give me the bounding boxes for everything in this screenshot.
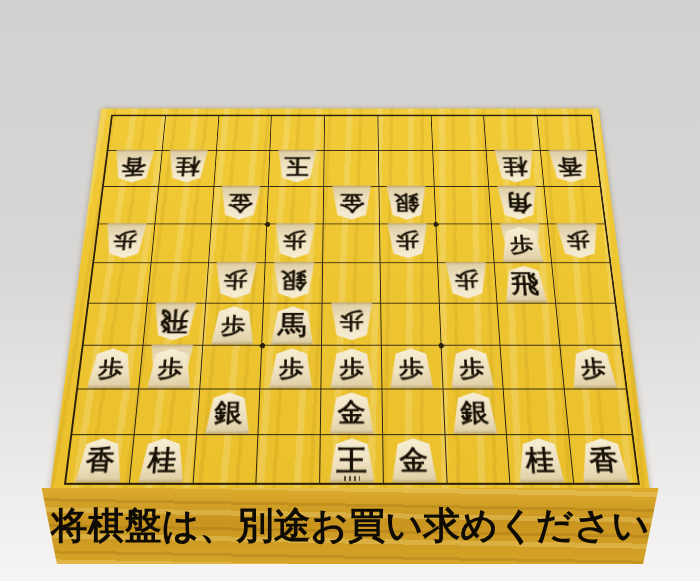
cell-3f (439, 304, 500, 346)
cell-6a: 玉 (271, 116, 326, 151)
cell-2f (498, 304, 561, 346)
cell-9f (84, 304, 148, 346)
cell-5e: 歩 (323, 263, 381, 303)
cell-1e (552, 263, 614, 303)
cell-5f (322, 304, 382, 346)
cell-2b: 角 (487, 151, 545, 187)
cell-8h (134, 389, 199, 435)
photo-background: 香桂玉桂香金金銀角歩歩歩歩歩歩銀歩歩飛歩飛歩歩馬歩歩歩歩歩歩歩銀金銀香桂王金桂香… (0, 0, 700, 581)
cell-7a (216, 116, 272, 151)
cell-3g: 歩 (441, 346, 504, 390)
piece-black-pawn: 歩 (499, 227, 544, 262)
cell-9e (89, 263, 151, 303)
cell-4c: 歩 (379, 187, 436, 224)
cell-1a: 香 (538, 116, 596, 151)
cell-1c: 歩 (545, 187, 605, 224)
cell-1b (541, 151, 600, 187)
piece-black-silver: 銀 (204, 393, 252, 434)
cell-5i: 王 (320, 435, 384, 483)
cell-8f: 歩 (143, 304, 206, 346)
cell-8g: 歩 (139, 346, 203, 390)
cell-1d (548, 224, 609, 263)
cell-7i (193, 435, 259, 483)
cell-1i: 香 (570, 435, 638, 483)
cell-7h: 銀 (197, 389, 261, 435)
cell-6i (257, 435, 321, 483)
cell-2d: 歩 (492, 224, 552, 263)
cell-4i: 金 (383, 435, 447, 483)
cell-9g: 歩 (78, 346, 143, 390)
cell-9a: 香 (108, 116, 165, 151)
cell-7g (200, 346, 263, 390)
cell-8i: 桂 (130, 435, 197, 483)
cell-5b: 金 (324, 151, 379, 187)
cell-9c: 歩 (99, 187, 159, 224)
cell-3c (434, 187, 492, 224)
cell-9d (94, 224, 155, 263)
cell-5a (325, 116, 379, 151)
cell-4h (382, 389, 445, 435)
cell-3e (438, 263, 498, 303)
cell-2h (504, 389, 569, 435)
cell-8c (155, 187, 214, 224)
cell-2a: 桂 (484, 116, 541, 151)
piece-black-pawn: 歩 (146, 349, 194, 389)
piece-black-lance: 香 (577, 439, 630, 483)
cell-6c: 歩 (267, 187, 324, 224)
cell-4b: 銀 (379, 151, 435, 187)
shogi-board-block: 香桂玉桂香金金銀角歩歩歩歩歩歩銀歩歩飛歩飛歩歩馬歩歩歩歩歩歩歩銀金銀香桂王金桂香… (30, 40, 670, 564)
cell-2i: 桂 (507, 435, 574, 483)
piece-black-knight: 桂 (137, 439, 188, 483)
piece-black-pawn: 歩 (268, 349, 314, 389)
cell-5c (324, 187, 380, 224)
cell-3b (433, 151, 490, 187)
cell-6f: 馬 (262, 304, 322, 346)
cell-6b (269, 151, 325, 187)
cell-7f: 歩 (203, 304, 264, 346)
cell-2c: 歩 (490, 187, 549, 224)
cell-2e: 飛 (495, 263, 556, 303)
cell-1f (556, 304, 620, 346)
cell-7d: 歩 (209, 224, 268, 263)
cell-3d: 歩 (436, 224, 495, 263)
cell-5h: 金 (321, 389, 383, 435)
cell-6d: 銀 (266, 224, 324, 263)
cell-6g: 歩 (261, 346, 322, 390)
shogi-board: 香桂玉桂香金金銀角歩歩歩歩歩歩銀歩歩飛歩飛歩歩馬歩歩歩歩歩歩歩銀金銀香桂王金桂香 (50, 108, 650, 492)
piece-black-knight: 桂 (515, 439, 566, 483)
cell-3i (445, 435, 511, 483)
caption-text: 将棋盤は、別途お買い求めください (51, 501, 650, 551)
board-front-face: 将棋盤は、別途お買い求めください (30, 488, 670, 564)
cell-4g: 歩 (382, 346, 444, 390)
piece-black-gold: 金 (328, 393, 374, 434)
cell-5g: 歩 (321, 346, 382, 390)
piece-black-promoted-bishop-horse: 馬 (270, 307, 315, 345)
cell-9h (72, 389, 139, 435)
cell-4d (380, 224, 438, 263)
piece-black-king: 王 (328, 439, 375, 483)
cell-6e (264, 263, 323, 303)
cell-4a (378, 116, 433, 151)
cell-4f (381, 304, 441, 346)
cell-3h: 銀 (443, 389, 507, 435)
piece-black-pawn: 歩 (85, 349, 135, 389)
cell-4e (380, 263, 439, 303)
piece-black-pawn: 歩 (389, 349, 435, 389)
cell-6h (259, 389, 322, 435)
shogi-board-grid: 香桂玉桂香金金銀角歩歩歩歩歩歩銀歩歩飛歩飛歩歩馬歩歩歩歩歩歩歩銀金銀香桂王金桂香 (64, 115, 640, 485)
cell-8e: 飛 (147, 263, 208, 303)
piece-black-pawn: 歩 (329, 349, 374, 389)
cell-1h (565, 389, 632, 435)
cell-5d (323, 224, 380, 263)
piece-black-lance: 香 (74, 439, 126, 483)
cell-7e (206, 263, 266, 303)
piece-black-pawn: 歩 (448, 349, 495, 389)
cell-9b (104, 151, 163, 187)
cell-7c (211, 187, 269, 224)
cell-1g: 歩 (561, 346, 626, 390)
cell-7b: 金 (214, 151, 271, 187)
cell-9i: 香 (66, 435, 134, 483)
piece-black-pawn: 歩 (568, 349, 618, 389)
piece-black-gold: 金 (390, 439, 438, 483)
cell-2g (501, 346, 565, 390)
piece-black-pawn: 歩 (210, 307, 256, 345)
cell-8b (159, 151, 217, 187)
cell-3a (431, 116, 487, 151)
piece-black-silver: 銀 (451, 393, 499, 434)
piece-black-rook: 飛 (502, 266, 548, 303)
cell-8d (151, 224, 211, 263)
cell-8a: 桂 (162, 116, 219, 151)
